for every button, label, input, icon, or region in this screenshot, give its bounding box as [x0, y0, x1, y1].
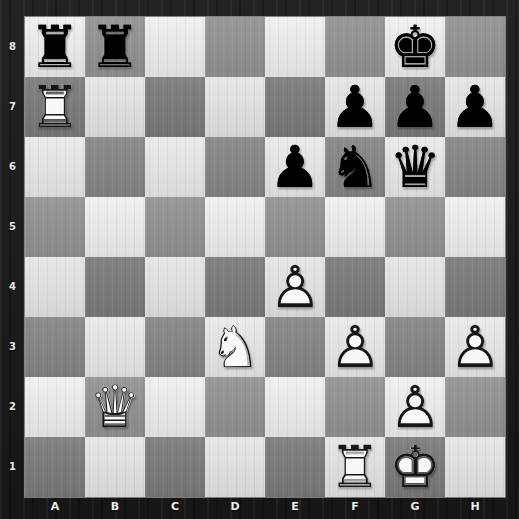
square-c6[interactable]: [145, 137, 205, 197]
black-rook-b8[interactable]: ♜♜: [85, 17, 145, 77]
square-f5[interactable]: [325, 197, 385, 257]
square-d5[interactable]: [205, 197, 265, 257]
square-d1[interactable]: [205, 437, 265, 497]
square-d4[interactable]: [205, 257, 265, 317]
black-pawn-outline-glyph: ♟: [385, 77, 445, 137]
square-d6[interactable]: [205, 137, 265, 197]
square-a5[interactable]: [25, 197, 85, 257]
square-b7[interactable]: [85, 77, 145, 137]
square-a6[interactable]: [25, 137, 85, 197]
file-label-d: D: [205, 497, 265, 519]
square-a1[interactable]: [25, 437, 85, 497]
chess-board: ♜♜♜♜♚♚♜♖♟♟♟♟♟♟♟♟♞♞♛♛♟♙♞♘♟♙♟♙♛♕♟♙♜♖♚♔: [25, 17, 505, 497]
square-f3[interactable]: ♟♙: [325, 317, 385, 377]
square-h2[interactable]: [445, 377, 505, 437]
square-a8[interactable]: ♜♜: [25, 17, 85, 77]
white-queen-b2[interactable]: ♛♕: [85, 377, 145, 437]
white-pawn-outline-glyph: ♙: [385, 377, 445, 437]
square-b8[interactable]: ♜♜: [85, 17, 145, 77]
square-c3[interactable]: [145, 317, 205, 377]
file-label-a: A: [25, 497, 85, 519]
square-g3[interactable]: [385, 317, 445, 377]
square-f6[interactable]: ♞♞: [325, 137, 385, 197]
black-pawn-outline-glyph: ♟: [445, 77, 505, 137]
file-label-b: B: [85, 497, 145, 519]
square-a3[interactable]: [25, 317, 85, 377]
square-h6[interactable]: [445, 137, 505, 197]
white-rook-a7[interactable]: ♜♖: [25, 77, 85, 137]
file-label-h: H: [445, 497, 505, 519]
white-king-outline-glyph: ♔: [385, 437, 445, 497]
black-rook-outline-glyph: ♜: [85, 17, 145, 77]
black-pawn-f7[interactable]: ♟♟: [325, 77, 385, 137]
square-e6[interactable]: ♟♟: [265, 137, 325, 197]
rank-label-1: 1: [0, 437, 25, 497]
square-b1[interactable]: [85, 437, 145, 497]
white-pawn-e4[interactable]: ♟♙: [265, 257, 325, 317]
square-h3[interactable]: ♟♙: [445, 317, 505, 377]
square-h8[interactable]: [445, 17, 505, 77]
black-pawn-outline-glyph: ♟: [325, 77, 385, 137]
chess-diagram-frame: ♜♜♜♜♚♚♜♖♟♟♟♟♟♟♟♟♞♞♛♛♟♙♞♘♟♙♟♙♛♕♟♙♜♖♚♔ 876…: [0, 0, 519, 519]
white-pawn-outline-glyph: ♙: [325, 317, 385, 377]
square-c8[interactable]: [145, 17, 205, 77]
white-rook-f1[interactable]: ♜♖: [325, 437, 385, 497]
square-c1[interactable]: [145, 437, 205, 497]
black-rook-outline-glyph: ♜: [25, 17, 85, 77]
square-b2[interactable]: ♛♕: [85, 377, 145, 437]
square-f1[interactable]: ♜♖: [325, 437, 385, 497]
white-pawn-g2[interactable]: ♟♙: [385, 377, 445, 437]
square-f4[interactable]: [325, 257, 385, 317]
square-h7[interactable]: ♟♟: [445, 77, 505, 137]
black-queen-g6[interactable]: ♛♛: [385, 137, 445, 197]
black-pawn-h7[interactable]: ♟♟: [445, 77, 505, 137]
file-label-c: C: [145, 497, 205, 519]
square-c4[interactable]: [145, 257, 205, 317]
square-a7[interactable]: ♜♖: [25, 77, 85, 137]
rank-label-7: 7: [0, 77, 25, 137]
square-b4[interactable]: [85, 257, 145, 317]
square-e1[interactable]: [265, 437, 325, 497]
square-e4[interactable]: ♟♙: [265, 257, 325, 317]
square-b5[interactable]: [85, 197, 145, 257]
square-h5[interactable]: [445, 197, 505, 257]
rank-label-5: 5: [0, 197, 25, 257]
square-h4[interactable]: [445, 257, 505, 317]
white-pawn-f3[interactable]: ♟♙: [325, 317, 385, 377]
white-knight-d3[interactable]: ♞♘: [205, 317, 265, 377]
square-f8[interactable]: [325, 17, 385, 77]
white-knight-outline-glyph: ♘: [205, 317, 265, 377]
white-rook-outline-glyph: ♖: [25, 77, 85, 137]
file-label-g: G: [385, 497, 445, 519]
white-pawn-h3[interactable]: ♟♙: [445, 317, 505, 377]
square-a4[interactable]: [25, 257, 85, 317]
square-a2[interactable]: [25, 377, 85, 437]
white-pawn-outline-glyph: ♙: [445, 317, 505, 377]
black-knight-f6[interactable]: ♞♞: [325, 137, 385, 197]
square-h1[interactable]: [445, 437, 505, 497]
white-king-g1[interactable]: ♚♔: [385, 437, 445, 497]
square-e3[interactable]: [265, 317, 325, 377]
black-pawn-g7[interactable]: ♟♟: [385, 77, 445, 137]
square-c5[interactable]: [145, 197, 205, 257]
square-g7[interactable]: ♟♟: [385, 77, 445, 137]
rank-label-2: 2: [0, 377, 25, 437]
square-f2[interactable]: [325, 377, 385, 437]
white-rook-outline-glyph: ♖: [325, 437, 385, 497]
file-label-e: E: [265, 497, 325, 519]
rank-label-3: 3: [0, 317, 25, 377]
square-g8[interactable]: ♚♚: [385, 17, 445, 77]
black-queen-outline-glyph: ♛: [385, 137, 445, 197]
square-d8[interactable]: [205, 17, 265, 77]
square-f7[interactable]: ♟♟: [325, 77, 385, 137]
rank-label-4: 4: [0, 257, 25, 317]
black-rook-a8[interactable]: ♜♜: [25, 17, 85, 77]
square-d3[interactable]: ♞♘: [205, 317, 265, 377]
square-c2[interactable]: [145, 377, 205, 437]
square-d7[interactable]: [205, 77, 265, 137]
square-e7[interactable]: [265, 77, 325, 137]
black-knight-outline-glyph: ♞: [325, 137, 385, 197]
square-d2[interactable]: [205, 377, 265, 437]
white-pawn-outline-glyph: ♙: [265, 257, 325, 317]
square-e5[interactable]: [265, 197, 325, 257]
square-g5[interactable]: [385, 197, 445, 257]
black-pawn-e6[interactable]: ♟♟: [265, 137, 325, 197]
square-g6[interactable]: ♛♛: [385, 137, 445, 197]
square-e2[interactable]: [265, 377, 325, 437]
square-b6[interactable]: [85, 137, 145, 197]
rank-label-8: 8: [0, 17, 25, 77]
file-label-f: F: [325, 497, 385, 519]
white-queen-outline-glyph: ♕: [85, 377, 145, 437]
black-king-g8[interactable]: ♚♚: [385, 17, 445, 77]
square-g1[interactable]: ♚♔: [385, 437, 445, 497]
square-c7[interactable]: [145, 77, 205, 137]
square-b3[interactable]: [85, 317, 145, 377]
square-g4[interactable]: [385, 257, 445, 317]
black-pawn-outline-glyph: ♟: [265, 137, 325, 197]
black-king-outline-glyph: ♚: [385, 17, 445, 77]
rank-label-6: 6: [0, 137, 25, 197]
square-e8[interactable]: [265, 17, 325, 77]
square-g2[interactable]: ♟♙: [385, 377, 445, 437]
